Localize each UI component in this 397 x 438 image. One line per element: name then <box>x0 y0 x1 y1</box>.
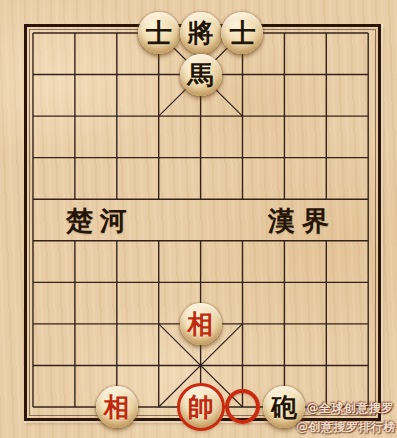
xiangqi-diagram: 楚河 漢界 士將士馬相相帥砲 @全球创意搜罗 @创意搜罗排行榜 <box>0 0 397 438</box>
piece-black-advisor-right[interactable]: 士 <box>221 12 263 54</box>
piece-red-elephant-center[interactable]: 相 <box>180 303 222 345</box>
piece-black-advisor-left[interactable]: 士 <box>138 12 180 54</box>
piece-label: 將 <box>188 20 214 46</box>
piece-black-horse[interactable]: 馬 <box>180 54 222 96</box>
piece-black-general[interactable]: 將 <box>180 12 222 54</box>
piece-label: 砲 <box>271 394 297 420</box>
piece-red-elephant-left[interactable]: 相 <box>96 386 138 428</box>
piece-label: 士 <box>146 20 172 46</box>
watermark-line1: @全球创意搜罗 <box>307 400 395 417</box>
piece-label: 馬 <box>188 62 214 88</box>
piece-red-general[interactable]: 帥 <box>180 386 222 428</box>
piece-label: 相 <box>104 394 130 420</box>
piece-label: 帥 <box>188 394 214 420</box>
pieces-layer: 士將士馬相相帥砲 <box>12 12 389 427</box>
piece-label: 相 <box>188 311 214 337</box>
watermark-line2: @创意搜罗排行榜 <box>296 419 396 436</box>
piece-label: 士 <box>229 20 255 46</box>
last-move-origin-ring <box>225 389 260 424</box>
